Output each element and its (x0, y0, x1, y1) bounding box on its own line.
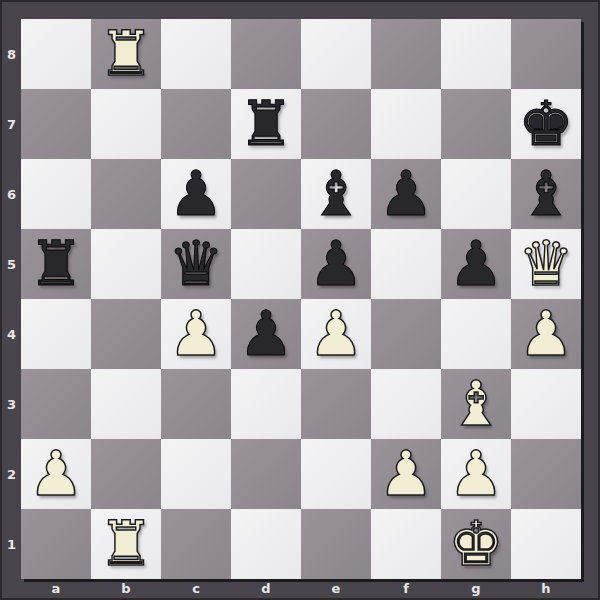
rank-label-1: 1 (2, 509, 21, 579)
piece-white-pawn[interactable]: ♟ (518, 299, 574, 369)
chess-board-frame: ♜♜♚♟♝♟♝♜♛♟♟♛♟♟♟♟♝♟♟♟♜♚ 87654321abcdefgh (0, 0, 600, 600)
piece-black-pawn[interactable]: ♟ (168, 159, 224, 229)
square-c4[interactable]: ♟ (161, 299, 231, 369)
square-h2[interactable] (511, 439, 581, 509)
square-e6[interactable]: ♝ (301, 159, 371, 229)
square-e1[interactable] (301, 509, 371, 579)
square-b7[interactable] (91, 89, 161, 159)
square-f7[interactable] (371, 89, 441, 159)
piece-white-rook[interactable]: ♜ (98, 19, 154, 89)
piece-black-pawn[interactable]: ♟ (238, 299, 294, 369)
file-label-c: c (161, 579, 231, 598)
square-e5[interactable]: ♟ (301, 229, 371, 299)
square-a5[interactable]: ♜ (21, 229, 91, 299)
chess-board: ♜♜♚♟♝♟♝♜♛♟♟♛♟♟♟♟♝♟♟♟♜♚ (21, 19, 581, 579)
square-a1[interactable] (21, 509, 91, 579)
square-f1[interactable] (371, 509, 441, 579)
piece-black-rook[interactable]: ♜ (28, 229, 84, 299)
piece-black-rook[interactable]: ♜ (238, 89, 294, 159)
square-c6[interactable]: ♟ (161, 159, 231, 229)
square-b8[interactable]: ♜ (91, 19, 161, 89)
square-d1[interactable] (231, 509, 301, 579)
file-label-e: e (301, 579, 371, 598)
square-d7[interactable]: ♜ (231, 89, 301, 159)
piece-black-king[interactable]: ♚ (518, 89, 574, 159)
square-a4[interactable] (21, 299, 91, 369)
square-c1[interactable] (161, 509, 231, 579)
piece-black-pawn[interactable]: ♟ (308, 229, 364, 299)
square-d8[interactable] (231, 19, 301, 89)
piece-black-pawn[interactable]: ♟ (378, 159, 434, 229)
square-h7[interactable]: ♚ (511, 89, 581, 159)
square-e4[interactable]: ♟ (301, 299, 371, 369)
square-h3[interactable] (511, 369, 581, 439)
piece-white-pawn[interactable]: ♟ (378, 439, 434, 509)
square-g8[interactable] (441, 19, 511, 89)
rank-label-3: 3 (2, 369, 21, 439)
piece-white-pawn[interactable]: ♟ (28, 439, 84, 509)
file-label-f: f (371, 579, 441, 598)
square-e3[interactable] (301, 369, 371, 439)
square-g3[interactable]: ♝ (441, 369, 511, 439)
square-b5[interactable] (91, 229, 161, 299)
square-e7[interactable] (301, 89, 371, 159)
square-a2[interactable]: ♟ (21, 439, 91, 509)
square-c5[interactable]: ♛ (161, 229, 231, 299)
square-f5[interactable] (371, 229, 441, 299)
rank-label-8: 8 (2, 19, 21, 89)
rank-label-6: 6 (2, 159, 21, 229)
square-f3[interactable] (371, 369, 441, 439)
rank-label-2: 2 (2, 439, 21, 509)
rank-label-7: 7 (2, 89, 21, 159)
square-h5[interactable]: ♛ (511, 229, 581, 299)
square-g2[interactable]: ♟ (441, 439, 511, 509)
square-a6[interactable] (21, 159, 91, 229)
file-label-h: h (511, 579, 581, 598)
rank-label-4: 4 (2, 299, 21, 369)
piece-white-bishop[interactable]: ♝ (448, 369, 504, 439)
square-d3[interactable] (231, 369, 301, 439)
file-label-a: a (21, 579, 91, 598)
square-f6[interactable]: ♟ (371, 159, 441, 229)
piece-black-bishop[interactable]: ♝ (308, 159, 364, 229)
piece-white-pawn[interactable]: ♟ (308, 299, 364, 369)
square-e8[interactable] (301, 19, 371, 89)
square-d2[interactable] (231, 439, 301, 509)
square-b4[interactable] (91, 299, 161, 369)
square-h1[interactable] (511, 509, 581, 579)
square-d5[interactable] (231, 229, 301, 299)
square-d4[interactable]: ♟ (231, 299, 301, 369)
piece-white-pawn[interactable]: ♟ (448, 439, 504, 509)
square-d6[interactable] (231, 159, 301, 229)
square-g6[interactable] (441, 159, 511, 229)
rank-label-5: 5 (2, 229, 21, 299)
piece-white-queen[interactable]: ♛ (518, 229, 574, 299)
square-c7[interactable] (161, 89, 231, 159)
square-b1[interactable]: ♜ (91, 509, 161, 579)
square-b3[interactable] (91, 369, 161, 439)
square-g4[interactable] (441, 299, 511, 369)
square-a3[interactable] (21, 369, 91, 439)
square-h4[interactable]: ♟ (511, 299, 581, 369)
file-label-d: d (231, 579, 301, 598)
square-a7[interactable] (21, 89, 91, 159)
square-g7[interactable] (441, 89, 511, 159)
piece-white-pawn[interactable]: ♟ (168, 299, 224, 369)
square-h6[interactable]: ♝ (511, 159, 581, 229)
piece-white-rook[interactable]: ♜ (98, 509, 154, 579)
square-b6[interactable] (91, 159, 161, 229)
square-f8[interactable] (371, 19, 441, 89)
square-c8[interactable] (161, 19, 231, 89)
file-label-b: b (91, 579, 161, 598)
square-c3[interactable] (161, 369, 231, 439)
square-a8[interactable] (21, 19, 91, 89)
file-label-g: g (441, 579, 511, 598)
square-b2[interactable] (91, 439, 161, 509)
piece-black-pawn[interactable]: ♟ (448, 229, 504, 299)
square-e2[interactable] (301, 439, 371, 509)
piece-black-queen[interactable]: ♛ (168, 229, 224, 299)
piece-black-bishop[interactable]: ♝ (518, 159, 574, 229)
square-h8[interactable] (511, 19, 581, 89)
square-g1[interactable]: ♚ (441, 509, 511, 579)
square-g5[interactable]: ♟ (441, 229, 511, 299)
square-f2[interactable]: ♟ (371, 439, 441, 509)
square-c2[interactable] (161, 439, 231, 509)
piece-white-king[interactable]: ♚ (448, 509, 504, 579)
square-f4[interactable] (371, 299, 441, 369)
